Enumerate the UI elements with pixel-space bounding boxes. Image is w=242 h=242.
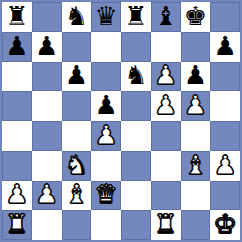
piece-white-bishop[interactable]: ♝ (65, 181, 88, 207)
square-b3[interactable] (32, 151, 62, 181)
square-h7[interactable]: ♟ (210, 32, 240, 62)
square-g6[interactable]: ♟ (181, 62, 211, 92)
square-a7[interactable]: ♟ (2, 32, 32, 62)
square-b1[interactable] (32, 210, 62, 240)
square-d4[interactable]: ♟ (91, 121, 121, 151)
square-g4[interactable] (181, 121, 211, 151)
square-f4[interactable] (151, 121, 181, 151)
piece-white-pawn[interactable]: ♟ (35, 181, 58, 207)
square-e2[interactable] (121, 181, 151, 211)
square-c1[interactable] (62, 210, 92, 240)
square-e5[interactable] (121, 91, 151, 121)
square-b5[interactable] (32, 91, 62, 121)
piece-black-pawn[interactable]: ♟ (184, 62, 207, 88)
square-d6[interactable] (91, 62, 121, 92)
piece-black-pawn[interactable]: ♟ (35, 33, 58, 59)
square-e3[interactable] (121, 151, 151, 181)
piece-white-pawn[interactable]: ♟ (184, 92, 207, 118)
square-a6[interactable] (2, 62, 32, 92)
square-b2[interactable]: ♟ (32, 181, 62, 211)
square-e6[interactable]: ♞ (121, 62, 151, 92)
square-c3[interactable]: ♞ (62, 151, 92, 181)
square-c6[interactable]: ♟ (62, 62, 92, 92)
square-f3[interactable] (151, 151, 181, 181)
square-c7[interactable] (62, 32, 92, 62)
piece-black-bishop[interactable]: ♝ (154, 3, 177, 29)
square-d7[interactable] (91, 32, 121, 62)
square-h8[interactable] (210, 2, 240, 32)
square-g2[interactable] (181, 181, 211, 211)
square-e4[interactable] (121, 121, 151, 151)
piece-black-rook[interactable]: ♜ (124, 3, 147, 29)
piece-black-pawn[interactable]: ♟ (5, 33, 28, 59)
piece-black-knight[interactable]: ♞ (65, 3, 88, 29)
piece-white-king[interactable]: ♚ (213, 211, 236, 237)
square-a1[interactable]: ♜ (2, 210, 32, 240)
square-b4[interactable] (32, 121, 62, 151)
piece-black-pawn[interactable]: ♟ (213, 33, 236, 59)
square-f2[interactable] (151, 181, 181, 211)
piece-black-pawn[interactable]: ♟ (94, 92, 117, 118)
piece-white-pawn[interactable]: ♟ (94, 122, 117, 148)
square-e1[interactable] (121, 210, 151, 240)
square-g5[interactable]: ♟ (181, 91, 211, 121)
square-h4[interactable] (210, 121, 240, 151)
square-d8[interactable]: ♛ (91, 2, 121, 32)
square-h2[interactable] (210, 181, 240, 211)
square-b7[interactable]: ♟ (32, 32, 62, 62)
square-a3[interactable] (2, 151, 32, 181)
square-d2[interactable]: ♛ (91, 181, 121, 211)
square-f1[interactable]: ♜ (151, 210, 181, 240)
square-f7[interactable] (151, 32, 181, 62)
piece-white-queen[interactable]: ♛ (94, 181, 117, 207)
square-c4[interactable] (62, 121, 92, 151)
square-h1[interactable]: ♚ (210, 210, 240, 240)
square-b8[interactable] (32, 2, 62, 32)
square-g1[interactable] (181, 210, 211, 240)
piece-white-pawn[interactable]: ♟ (154, 92, 177, 118)
piece-white-knight[interactable]: ♞ (65, 152, 88, 178)
piece-white-rook[interactable]: ♜ (154, 211, 177, 237)
piece-white-pawn[interactable]: ♟ (154, 62, 177, 88)
piece-black-king[interactable]: ♚ (184, 3, 207, 29)
square-f5[interactable]: ♟ (151, 91, 181, 121)
piece-black-pawn[interactable]: ♟ (65, 62, 88, 88)
square-f6[interactable]: ♟ (151, 62, 181, 92)
piece-white-pawn[interactable]: ♟ (213, 152, 236, 178)
square-c2[interactable]: ♝ (62, 181, 92, 211)
square-c8[interactable]: ♞ (62, 2, 92, 32)
piece-white-bishop[interactable]: ♝ (184, 152, 207, 178)
piece-black-knight[interactable]: ♞ (124, 62, 147, 88)
square-h3[interactable]: ♟ (210, 151, 240, 181)
square-a2[interactable]: ♟ (2, 181, 32, 211)
square-a8[interactable]: ♜ (2, 2, 32, 32)
square-e8[interactable]: ♜ (121, 2, 151, 32)
piece-black-rook[interactable]: ♜ (5, 3, 28, 29)
square-c5[interactable] (62, 91, 92, 121)
square-b6[interactable] (32, 62, 62, 92)
square-d5[interactable]: ♟ (91, 91, 121, 121)
square-g7[interactable] (181, 32, 211, 62)
piece-white-rook[interactable]: ♜ (5, 211, 28, 237)
piece-white-pawn[interactable]: ♟ (5, 181, 28, 207)
square-g3[interactable]: ♝ (181, 151, 211, 181)
square-a4[interactable] (2, 121, 32, 151)
square-h5[interactable] (210, 91, 240, 121)
piece-black-queen[interactable]: ♛ (94, 3, 117, 29)
square-d3[interactable] (91, 151, 121, 181)
chess-board: ♜♞♛♜♝♚♟♟♟♟♞♟♟♟♟♟♟♞♝♟♟♟♝♛♜♜♚ (0, 0, 242, 242)
square-g8[interactable]: ♚ (181, 2, 211, 32)
square-e7[interactable] (121, 32, 151, 62)
square-a5[interactable] (2, 91, 32, 121)
square-d1[interactable] (91, 210, 121, 240)
square-h6[interactable] (210, 62, 240, 92)
square-f8[interactable]: ♝ (151, 2, 181, 32)
